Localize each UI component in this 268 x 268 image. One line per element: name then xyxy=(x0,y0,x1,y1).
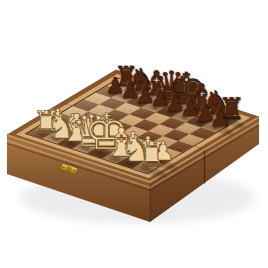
chess-set-photo: ♜♞♝♛♚♝♞♜♟♟♟♟♟♟♟♟♟♟♟♟♟♟♟♟♜♞♝♛♚♝♞♜ xyxy=(0,0,268,268)
piece-black-pawn-h7[interactable]: ♟ xyxy=(209,106,231,130)
piece-white-rook-h1[interactable]: ♜ xyxy=(136,139,166,173)
